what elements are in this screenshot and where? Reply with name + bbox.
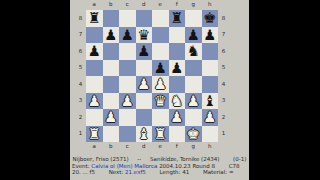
piece-black-knight: ♞ <box>187 44 200 59</box>
square-h3[interactable]: ♝ <box>202 93 219 110</box>
black-player-elo: (2434) <box>201 156 219 162</box>
square-e7[interactable] <box>152 27 169 44</box>
black-player-name: Sanikidze, Tornike <box>150 156 199 162</box>
file-label-top-g: g <box>185 0 202 10</box>
file-label-bottom-a: a <box>86 142 103 152</box>
game-result: (0-1) <box>233 156 246 162</box>
material-value: = <box>229 169 234 175</box>
square-h5[interactable] <box>202 60 219 77</box>
square-b4[interactable] <box>103 76 120 93</box>
event-date: 2004.10.23 <box>159 163 191 169</box>
square-c2[interactable] <box>119 109 136 126</box>
square-f8[interactable]: ♜ <box>169 10 186 27</box>
piece-white-pawn: ♟ <box>203 110 216 125</box>
square-f7[interactable] <box>169 27 186 44</box>
piece-black-king: ♚ <box>203 11 216 26</box>
board-frame-corner <box>218 0 229 10</box>
square-g6[interactable]: ♞ <box>185 43 202 60</box>
board-frame-corner <box>75 142 86 152</box>
rank-label-right-1: 1 <box>218 126 229 143</box>
next-move-link[interactable]: 21.exf5 <box>125 169 146 175</box>
rank-label-left-2: 2 <box>75 109 86 126</box>
eco-code: C78 <box>229 163 240 169</box>
file-label-bottom-b: b <box>103 142 120 152</box>
square-f3[interactable]: ♞ <box>169 93 186 110</box>
piece-white-king: ♚ <box>187 127 200 142</box>
rank-label-right-4: 4 <box>218 76 229 93</box>
piece-white-pawn: ♟ <box>170 110 183 125</box>
square-b7[interactable]: ♟ <box>103 27 120 44</box>
square-f4[interactable] <box>169 76 186 93</box>
square-d6[interactable]: ♟ <box>136 43 153 60</box>
square-a8[interactable]: ♜ <box>86 10 103 27</box>
square-e5[interactable]: ♟ <box>152 60 169 77</box>
square-f6[interactable] <box>169 43 186 60</box>
viewer-panel: abcdefgh8♜♜♚87♟♟♛♟♟76♟♟♞65♟♟54♟♟43♟♟♛♞♟♝… <box>70 0 249 180</box>
square-c4[interactable] <box>119 76 136 93</box>
piece-black-pawn: ♟ <box>203 28 216 43</box>
piece-black-queen: ♛ <box>137 28 150 43</box>
square-f5[interactable]: ♟ <box>169 60 186 77</box>
chess-board: abcdefgh8♜♜♚87♟♟♛♟♟76♟♟♞65♟♟54♟♟43♟♟♛♞♟♝… <box>75 0 229 152</box>
piece-white-pawn: ♟ <box>104 110 117 125</box>
rank-label-right-2: 2 <box>218 109 229 126</box>
square-g7[interactable]: ♟ <box>185 27 202 44</box>
rank-label-left-5: 5 <box>75 60 86 77</box>
piece-black-pawn: ♟ <box>121 28 134 43</box>
length-value: 41 <box>182 169 189 175</box>
square-d5[interactable] <box>136 60 153 77</box>
rank-label-right-7: 7 <box>218 27 229 44</box>
file-label-top-f: f <box>169 0 186 10</box>
square-g8[interactable] <box>185 10 202 27</box>
rank-label-left-1: 1 <box>75 126 86 143</box>
file-label-top-e: e <box>152 0 169 10</box>
board-frame-corner <box>218 142 229 152</box>
rank-label-left-7: 7 <box>75 27 86 44</box>
square-d3[interactable] <box>136 93 153 110</box>
square-d4[interactable]: ♟ <box>136 76 153 93</box>
event-label: Event: <box>72 163 90 169</box>
piece-white-pawn: ♟ <box>154 77 167 92</box>
file-label-bottom-g: g <box>185 142 202 152</box>
square-e3[interactable]: ♛ <box>152 93 169 110</box>
rank-label-right-6: 6 <box>218 43 229 60</box>
rank-label-left-6: 6 <box>75 43 86 60</box>
square-b1[interactable] <box>103 126 120 143</box>
square-d7[interactable]: ♛ <box>136 27 153 44</box>
piece-black-pawn: ♟ <box>88 44 101 59</box>
square-g2[interactable] <box>185 109 202 126</box>
piece-white-rook: ♜ <box>88 127 101 142</box>
file-label-bottom-d: d <box>136 142 153 152</box>
square-c3[interactable]: ♟ <box>119 93 136 110</box>
square-b2[interactable]: ♟ <box>103 109 120 126</box>
rank-label-right-3: 3 <box>218 93 229 110</box>
piece-black-bishop: ♝ <box>203 94 216 109</box>
square-a2[interactable] <box>86 109 103 126</box>
square-h7[interactable]: ♟ <box>202 27 219 44</box>
square-h1[interactable] <box>202 126 219 143</box>
move-status-line: 20. ... f5 Next: 21.exf5 Length: 41 Mate… <box>72 170 233 176</box>
piece-black-pawn: ♟ <box>154 61 167 76</box>
file-label-top-d: d <box>136 0 153 10</box>
square-a5[interactable] <box>86 60 103 77</box>
rank-label-left-3: 3 <box>75 93 86 110</box>
file-label-bottom-c: c <box>119 142 136 152</box>
last-move: 20. ... f5 <box>72 169 95 175</box>
square-c1[interactable] <box>119 126 136 143</box>
board-frame-corner <box>75 0 86 10</box>
square-e8[interactable] <box>152 10 169 27</box>
square-a6[interactable]: ♟ <box>86 43 103 60</box>
square-h8[interactable]: ♚ <box>202 10 219 27</box>
square-c6[interactable] <box>119 43 136 60</box>
material-label: Material: <box>203 169 227 175</box>
players-separator: -- <box>137 156 141 162</box>
square-a4[interactable] <box>86 76 103 93</box>
square-c8[interactable] <box>119 10 136 27</box>
piece-white-pawn: ♟ <box>121 94 134 109</box>
piece-black-pawn: ♟ <box>137 44 150 59</box>
rank-label-left-4: 4 <box>75 76 86 93</box>
square-e1[interactable]: ♜ <box>152 126 169 143</box>
square-f2[interactable]: ♟ <box>169 109 186 126</box>
white-player-elo: (2571) <box>110 156 128 162</box>
square-g3[interactable]: ♟ <box>185 93 202 110</box>
square-h2[interactable]: ♟ <box>202 109 219 126</box>
piece-black-pawn: ♟ <box>104 28 117 43</box>
white-player-name: Nijboer, Friso <box>73 156 109 162</box>
file-label-top-c: c <box>119 0 136 10</box>
square-d1[interactable]: ♝ <box>136 126 153 143</box>
square-h6[interactable] <box>202 43 219 60</box>
square-a7[interactable] <box>86 27 103 44</box>
event-round: Round 8 <box>192 163 215 169</box>
square-e6[interactable] <box>152 43 169 60</box>
file-label-top-h: h <box>202 0 219 10</box>
square-b6[interactable] <box>103 43 120 60</box>
square-b8[interactable] <box>103 10 120 27</box>
file-label-bottom-e: e <box>152 142 169 152</box>
piece-white-pawn: ♟ <box>187 94 200 109</box>
piece-black-pawn: ♟ <box>187 28 200 43</box>
piece-black-rook: ♜ <box>170 11 183 26</box>
piece-white-rook: ♜ <box>154 127 167 142</box>
rank-label-right-5: 5 <box>218 60 229 77</box>
piece-black-pawn: ♟ <box>170 61 183 76</box>
length-label: Length: <box>160 169 181 175</box>
square-d2[interactable] <box>136 109 153 126</box>
square-c7[interactable]: ♟ <box>119 27 136 44</box>
file-label-bottom-h: h <box>202 142 219 152</box>
file-label-bottom-f: f <box>169 142 186 152</box>
piece-white-knight: ♞ <box>170 94 183 109</box>
piece-white-queen: ♛ <box>154 94 167 109</box>
square-f1[interactable] <box>169 126 186 143</box>
square-b5[interactable] <box>103 60 120 77</box>
piece-black-rook: ♜ <box>88 11 101 26</box>
square-a1[interactable]: ♜ <box>86 126 103 143</box>
square-e2[interactable] <box>152 109 169 126</box>
piece-white-pawn: ♟ <box>88 94 101 109</box>
rank-label-right-8: 8 <box>218 10 229 27</box>
piece-white-pawn: ♟ <box>137 77 150 92</box>
square-b3[interactable] <box>103 93 120 110</box>
square-a3[interactable]: ♟ <box>86 93 103 110</box>
file-label-top-b: b <box>103 0 120 10</box>
piece-white-bishop: ♝ <box>137 127 150 142</box>
rank-label-left-8: 8 <box>75 10 86 27</box>
square-d8[interactable] <box>136 10 153 27</box>
event-name[interactable]: Calvia ol (Men) Mallorca <box>91 163 157 169</box>
file-label-top-a: a <box>86 0 103 10</box>
square-e4[interactable]: ♟ <box>152 76 169 93</box>
next-label: Next: <box>109 169 124 175</box>
square-g5[interactable] <box>185 60 202 77</box>
square-g1[interactable]: ♚ <box>185 126 202 143</box>
square-g4[interactable] <box>185 76 202 93</box>
square-h4[interactable] <box>202 76 219 93</box>
square-c5[interactable] <box>119 60 136 77</box>
